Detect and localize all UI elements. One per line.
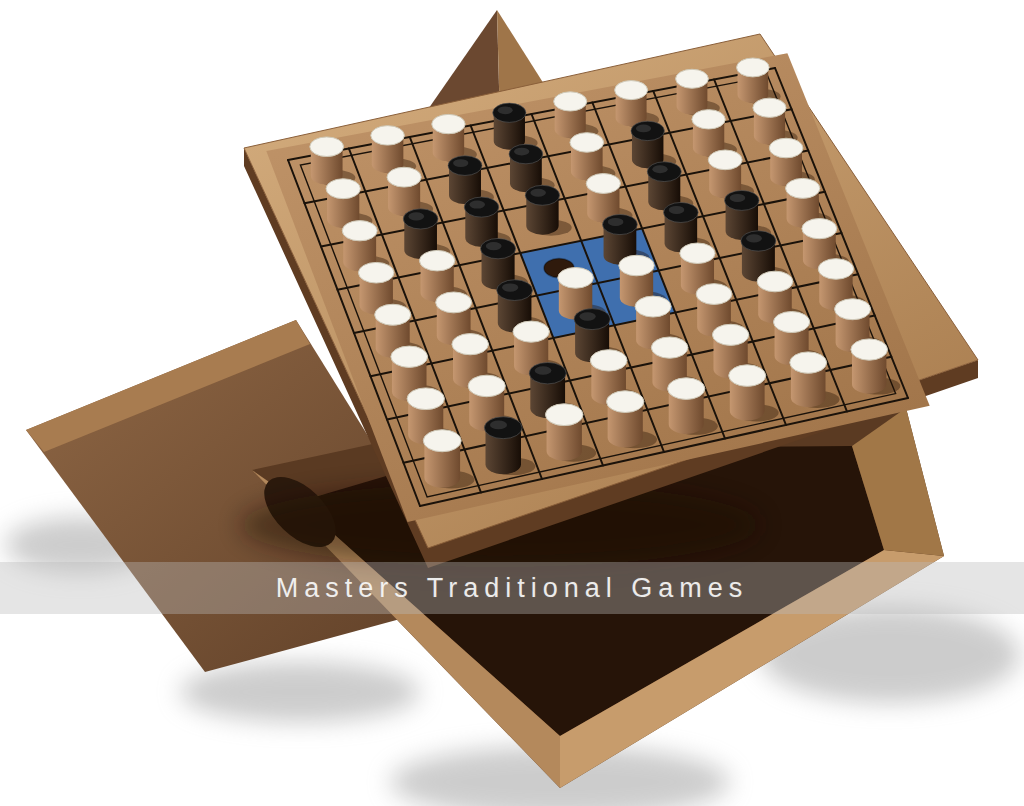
othello-board-photo — [0, 0, 1024, 806]
product-photo: Masters Traditional Games — [0, 0, 1024, 806]
